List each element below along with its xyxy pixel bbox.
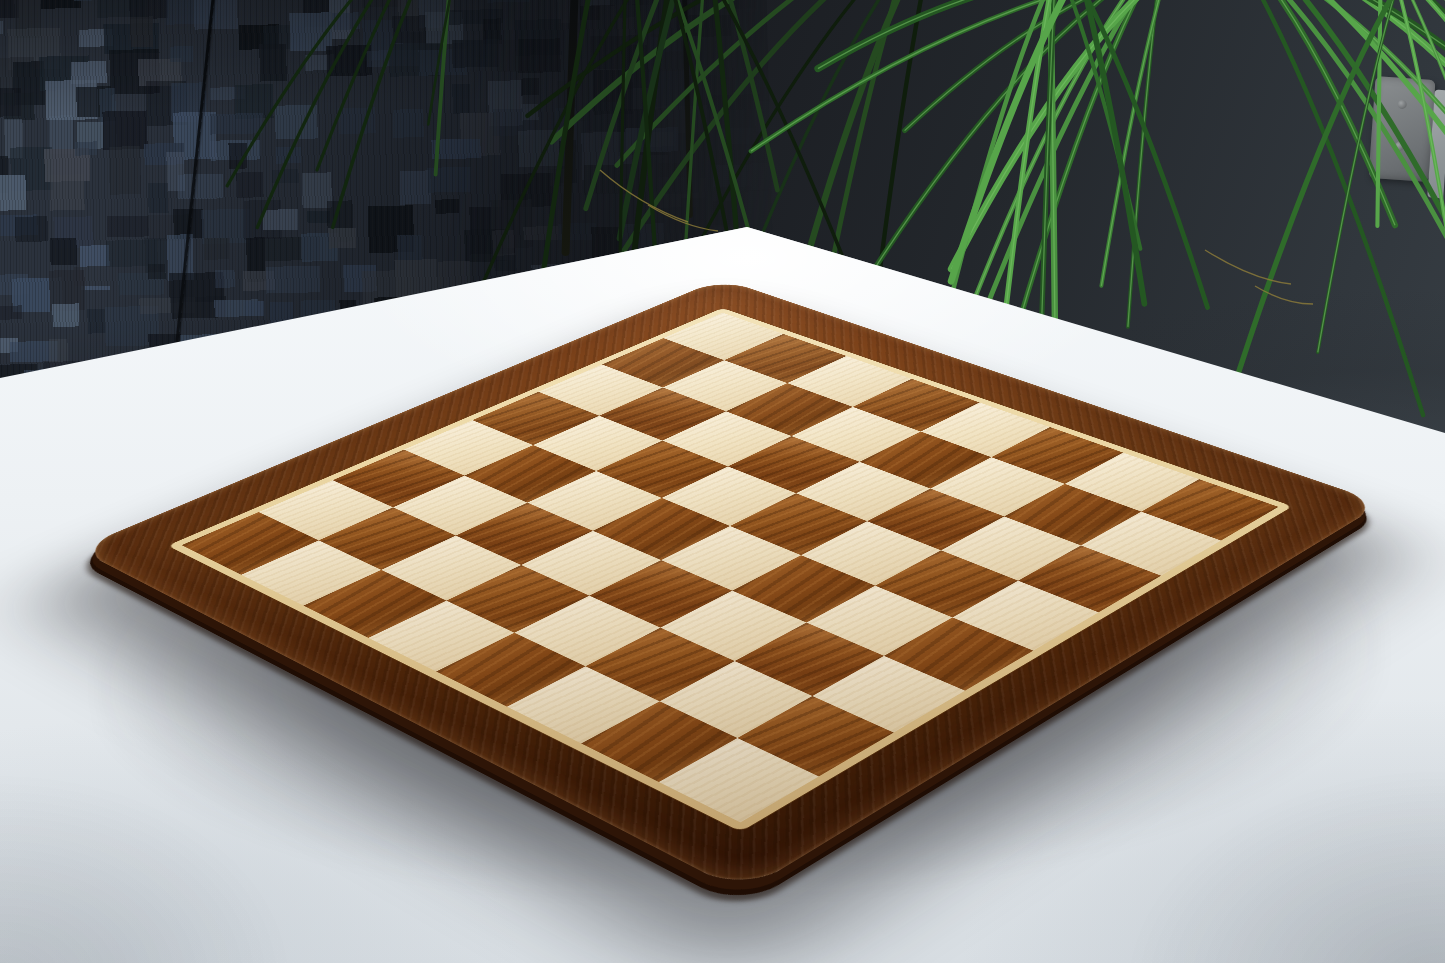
board-perspective-wrap: [0, 0, 1445, 963]
scene-photo: [0, 0, 1445, 963]
board-grid: [182, 313, 1279, 823]
chess-board: [77, 279, 1383, 893]
board-orientation-wrap: [0, 0, 1445, 963]
